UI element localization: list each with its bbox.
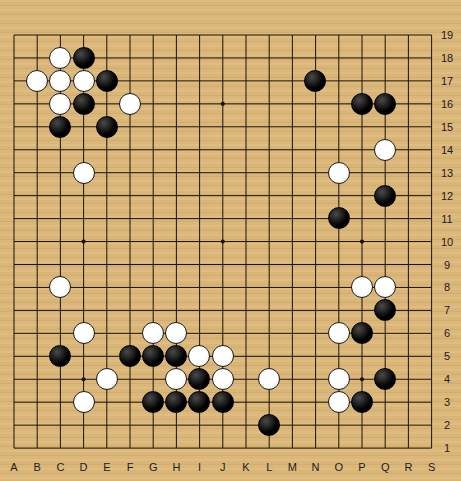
intersection-N15[interactable] [304,115,327,138]
intersection-D16[interactable] [72,92,95,115]
intersection-P17[interactable] [350,69,373,92]
intersection-H14[interactable] [165,138,188,161]
intersection-K12[interactable] [234,184,257,207]
intersection-N14[interactable] [304,138,327,161]
intersection-R15[interactable] [397,115,420,138]
intersection-R18[interactable] [397,46,420,69]
intersection-M19[interactable] [281,24,304,47]
intersection-E13[interactable] [95,161,118,184]
intersection-O13[interactable] [327,161,350,184]
intersection-R11[interactable] [397,207,420,230]
intersection-Q8[interactable] [373,276,396,299]
intersection-C9[interactable] [49,253,72,276]
intersection-E17[interactable] [95,69,118,92]
intersection-B8[interactable] [26,276,49,299]
intersection-E12[interactable] [95,184,118,207]
intersection-K10[interactable] [234,230,257,253]
intersection-F4[interactable] [118,368,141,391]
intersection-O5[interactable] [327,345,350,368]
intersection-I11[interactable] [188,207,211,230]
intersection-P13[interactable] [350,161,373,184]
intersection-D13[interactable] [72,161,95,184]
intersection-A19[interactable] [2,24,25,47]
intersection-H3[interactable] [165,391,188,414]
intersection-N18[interactable] [304,46,327,69]
intersection-R1[interactable] [397,436,420,459]
intersection-Q14[interactable] [373,138,396,161]
intersection-G4[interactable] [142,368,165,391]
intersection-L16[interactable] [257,92,280,115]
intersection-F1[interactable] [118,436,141,459]
intersection-M5[interactable] [281,345,304,368]
intersection-O9[interactable] [327,253,350,276]
intersection-R16[interactable] [397,92,420,115]
intersection-J16[interactable] [211,92,234,115]
intersection-E14[interactable] [95,138,118,161]
intersection-C12[interactable] [49,184,72,207]
intersection-B17[interactable] [26,69,49,92]
intersection-D5[interactable] [72,345,95,368]
intersection-H8[interactable] [165,276,188,299]
intersection-O17[interactable] [327,69,350,92]
intersection-J1[interactable] [211,436,234,459]
intersection-G17[interactable] [142,69,165,92]
intersection-L10[interactable] [257,230,280,253]
intersection-P15[interactable] [350,115,373,138]
intersection-R17[interactable] [397,69,420,92]
intersection-P10[interactable] [350,230,373,253]
intersection-I4[interactable] [188,368,211,391]
intersection-S1[interactable] [420,436,443,459]
intersection-I2[interactable] [188,413,211,436]
intersection-K6[interactable] [234,322,257,345]
intersection-O14[interactable] [327,138,350,161]
intersection-J6[interactable] [211,322,234,345]
intersection-L2[interactable] [257,413,280,436]
intersection-E16[interactable] [95,92,118,115]
intersection-D18[interactable] [72,46,95,69]
intersection-N6[interactable] [304,322,327,345]
intersection-A2[interactable] [2,413,25,436]
intersection-G19[interactable] [142,24,165,47]
intersection-S11[interactable] [420,207,443,230]
intersection-R6[interactable] [397,322,420,345]
intersection-I7[interactable] [188,299,211,322]
intersection-E4[interactable] [95,368,118,391]
intersection-C2[interactable] [49,413,72,436]
intersection-A16[interactable] [2,92,25,115]
intersection-O11[interactable] [327,207,350,230]
intersection-Q5[interactable] [373,345,396,368]
intersection-D2[interactable] [72,413,95,436]
intersection-M2[interactable] [281,413,304,436]
intersection-H6[interactable] [165,322,188,345]
intersection-P19[interactable] [350,24,373,47]
intersection-J10[interactable] [211,230,234,253]
intersection-C19[interactable] [49,24,72,47]
intersection-Q15[interactable] [373,115,396,138]
intersection-E5[interactable] [95,345,118,368]
intersection-M16[interactable] [281,92,304,115]
intersection-L6[interactable] [257,322,280,345]
intersection-K3[interactable] [234,391,257,414]
intersection-L5[interactable] [257,345,280,368]
intersection-R13[interactable] [397,161,420,184]
intersection-S16[interactable] [420,92,443,115]
intersection-S6[interactable] [420,322,443,345]
intersection-O19[interactable] [327,24,350,47]
intersection-K8[interactable] [234,276,257,299]
intersection-E18[interactable] [95,46,118,69]
intersection-C6[interactable] [49,322,72,345]
intersection-D9[interactable] [72,253,95,276]
intersection-P2[interactable] [350,413,373,436]
intersection-I14[interactable] [188,138,211,161]
intersection-S3[interactable] [420,391,443,414]
intersection-M4[interactable] [281,368,304,391]
intersection-H7[interactable] [165,299,188,322]
intersection-A17[interactable] [2,69,25,92]
intersection-P8[interactable] [350,276,373,299]
intersection-L1[interactable] [257,436,280,459]
intersection-Q12[interactable] [373,184,396,207]
intersection-F2[interactable] [118,413,141,436]
intersection-B10[interactable] [26,230,49,253]
intersection-D6[interactable] [72,322,95,345]
intersection-G18[interactable] [142,46,165,69]
intersection-L17[interactable] [257,69,280,92]
intersection-G10[interactable] [142,230,165,253]
intersection-K17[interactable] [234,69,257,92]
intersection-G7[interactable] [142,299,165,322]
intersection-K4[interactable] [234,368,257,391]
intersection-R4[interactable] [397,368,420,391]
intersection-P18[interactable] [350,46,373,69]
intersection-M6[interactable] [281,322,304,345]
intersection-N8[interactable] [304,276,327,299]
intersection-G1[interactable] [142,436,165,459]
intersection-P11[interactable] [350,207,373,230]
intersection-E1[interactable] [95,436,118,459]
intersection-A7[interactable] [2,299,25,322]
intersection-B19[interactable] [26,24,49,47]
intersection-K16[interactable] [234,92,257,115]
intersection-S18[interactable] [420,46,443,69]
intersection-J7[interactable] [211,299,234,322]
intersection-D11[interactable] [72,207,95,230]
intersection-O3[interactable] [327,391,350,414]
intersection-L18[interactable] [257,46,280,69]
intersection-L11[interactable] [257,207,280,230]
intersection-S10[interactable] [420,230,443,253]
intersection-N11[interactable] [304,207,327,230]
intersection-M18[interactable] [281,46,304,69]
intersection-M1[interactable] [281,436,304,459]
intersection-H4[interactable] [165,368,188,391]
intersection-A3[interactable] [2,391,25,414]
intersection-L7[interactable] [257,299,280,322]
intersection-P5[interactable] [350,345,373,368]
intersection-G15[interactable] [142,115,165,138]
intersection-M12[interactable] [281,184,304,207]
intersection-K5[interactable] [234,345,257,368]
intersection-N19[interactable] [304,24,327,47]
intersection-S5[interactable] [420,345,443,368]
intersection-N7[interactable] [304,299,327,322]
intersection-B12[interactable] [26,184,49,207]
intersection-M13[interactable] [281,161,304,184]
intersection-P1[interactable] [350,436,373,459]
intersection-Q13[interactable] [373,161,396,184]
intersection-M11[interactable] [281,207,304,230]
intersection-S14[interactable] [420,138,443,161]
intersection-O12[interactable] [327,184,350,207]
intersection-K9[interactable] [234,253,257,276]
intersection-J19[interactable] [211,24,234,47]
intersection-N2[interactable] [304,413,327,436]
intersection-J4[interactable] [211,368,234,391]
intersection-E2[interactable] [95,413,118,436]
intersection-M8[interactable] [281,276,304,299]
intersection-A14[interactable] [2,138,25,161]
intersection-B5[interactable] [26,345,49,368]
intersection-K19[interactable] [234,24,257,47]
intersection-H17[interactable] [165,69,188,92]
intersection-E11[interactable] [95,207,118,230]
intersection-B18[interactable] [26,46,49,69]
intersection-C16[interactable] [49,92,72,115]
intersection-I5[interactable] [188,345,211,368]
intersection-I16[interactable] [188,92,211,115]
intersection-K18[interactable] [234,46,257,69]
intersection-M3[interactable] [281,391,304,414]
intersection-Q10[interactable] [373,230,396,253]
intersection-H5[interactable] [165,345,188,368]
intersection-K1[interactable] [234,436,257,459]
intersection-C8[interactable] [49,276,72,299]
intersection-L4[interactable] [257,368,280,391]
intersection-S13[interactable] [420,161,443,184]
intersection-S9[interactable] [420,253,443,276]
intersection-O10[interactable] [327,230,350,253]
intersection-F14[interactable] [118,138,141,161]
intersection-R3[interactable] [397,391,420,414]
intersection-H11[interactable] [165,207,188,230]
intersection-E8[interactable] [95,276,118,299]
intersection-S8[interactable] [420,276,443,299]
intersection-R19[interactable] [397,24,420,47]
intersection-M17[interactable] [281,69,304,92]
intersection-R10[interactable] [397,230,420,253]
intersection-J18[interactable] [211,46,234,69]
intersection-L12[interactable] [257,184,280,207]
intersection-N16[interactable] [304,92,327,115]
intersection-Q11[interactable] [373,207,396,230]
intersection-H15[interactable] [165,115,188,138]
intersection-C1[interactable] [49,436,72,459]
intersection-A5[interactable] [2,345,25,368]
intersection-P6[interactable] [350,322,373,345]
intersection-G16[interactable] [142,92,165,115]
intersection-J15[interactable] [211,115,234,138]
intersection-I13[interactable] [188,161,211,184]
intersection-O16[interactable] [327,92,350,115]
intersection-I18[interactable] [188,46,211,69]
intersection-B2[interactable] [26,413,49,436]
intersection-N5[interactable] [304,345,327,368]
intersection-L9[interactable] [257,253,280,276]
intersection-H16[interactable] [165,92,188,115]
intersection-P3[interactable] [350,391,373,414]
intersection-F10[interactable] [118,230,141,253]
intersection-D1[interactable] [72,436,95,459]
intersection-Q3[interactable] [373,391,396,414]
intersection-I10[interactable] [188,230,211,253]
intersection-H12[interactable] [165,184,188,207]
intersection-L15[interactable] [257,115,280,138]
intersection-K13[interactable] [234,161,257,184]
intersection-F5[interactable] [118,345,141,368]
intersection-J12[interactable] [211,184,234,207]
intersection-Q1[interactable] [373,436,396,459]
intersection-H9[interactable] [165,253,188,276]
intersection-F19[interactable] [118,24,141,47]
intersection-F15[interactable] [118,115,141,138]
intersection-F7[interactable] [118,299,141,322]
intersection-Q19[interactable] [373,24,396,47]
intersection-P16[interactable] [350,92,373,115]
intersection-H2[interactable] [165,413,188,436]
intersection-B16[interactable] [26,92,49,115]
intersection-F6[interactable] [118,322,141,345]
intersection-I6[interactable] [188,322,211,345]
intersection-J3[interactable] [211,391,234,414]
intersection-D14[interactable] [72,138,95,161]
intersection-F9[interactable] [118,253,141,276]
intersection-B14[interactable] [26,138,49,161]
intersection-R7[interactable] [397,299,420,322]
intersection-F18[interactable] [118,46,141,69]
intersection-Q6[interactable] [373,322,396,345]
intersection-F17[interactable] [118,69,141,92]
intersection-N12[interactable] [304,184,327,207]
intersection-D3[interactable] [72,391,95,414]
intersection-P14[interactable] [350,138,373,161]
intersection-Q9[interactable] [373,253,396,276]
intersection-S17[interactable] [420,69,443,92]
intersection-B9[interactable] [26,253,49,276]
intersection-G11[interactable] [142,207,165,230]
intersection-C18[interactable] [49,46,72,69]
intersection-O4[interactable] [327,368,350,391]
intersection-D10[interactable] [72,230,95,253]
intersection-B3[interactable] [26,391,49,414]
intersection-F12[interactable] [118,184,141,207]
intersection-E10[interactable] [95,230,118,253]
intersection-D19[interactable] [72,24,95,47]
intersection-A18[interactable] [2,46,25,69]
intersection-C10[interactable] [49,230,72,253]
intersection-L13[interactable] [257,161,280,184]
intersection-R5[interactable] [397,345,420,368]
intersection-L19[interactable] [257,24,280,47]
intersection-R8[interactable] [397,276,420,299]
intersection-O2[interactable] [327,413,350,436]
intersection-S12[interactable] [420,184,443,207]
intersection-M9[interactable] [281,253,304,276]
intersection-I9[interactable] [188,253,211,276]
intersection-G14[interactable] [142,138,165,161]
intersection-B11[interactable] [26,207,49,230]
intersection-C17[interactable] [49,69,72,92]
intersection-C5[interactable] [49,345,72,368]
intersection-G2[interactable] [142,413,165,436]
intersection-E19[interactable] [95,24,118,47]
intersection-F3[interactable] [118,391,141,414]
intersection-O1[interactable] [327,436,350,459]
intersection-O15[interactable] [327,115,350,138]
intersection-I17[interactable] [188,69,211,92]
intersection-C7[interactable] [49,299,72,322]
intersection-H19[interactable] [165,24,188,47]
intersection-G5[interactable] [142,345,165,368]
intersection-B7[interactable] [26,299,49,322]
intersection-K11[interactable] [234,207,257,230]
intersection-A9[interactable] [2,253,25,276]
intersection-N1[interactable] [304,436,327,459]
intersection-M15[interactable] [281,115,304,138]
intersection-R2[interactable] [397,413,420,436]
intersection-C15[interactable] [49,115,72,138]
intersection-F11[interactable] [118,207,141,230]
intersection-A13[interactable] [2,161,25,184]
intersection-D17[interactable] [72,69,95,92]
intersection-A8[interactable] [2,276,25,299]
intersection-O7[interactable] [327,299,350,322]
intersection-I1[interactable] [188,436,211,459]
intersection-G13[interactable] [142,161,165,184]
intersection-M14[interactable] [281,138,304,161]
intersection-B13[interactable] [26,161,49,184]
intersection-L3[interactable] [257,391,280,414]
intersection-G8[interactable] [142,276,165,299]
intersection-B6[interactable] [26,322,49,345]
intersection-D15[interactable] [72,115,95,138]
intersection-D4[interactable] [72,368,95,391]
intersection-S4[interactable] [420,368,443,391]
intersection-J13[interactable] [211,161,234,184]
intersection-B15[interactable] [26,115,49,138]
intersection-J9[interactable] [211,253,234,276]
intersection-E15[interactable] [95,115,118,138]
intersection-A10[interactable] [2,230,25,253]
intersection-N17[interactable] [304,69,327,92]
intersection-N13[interactable] [304,161,327,184]
intersection-S7[interactable] [420,299,443,322]
intersection-J17[interactable] [211,69,234,92]
intersection-A6[interactable] [2,322,25,345]
intersection-Q17[interactable] [373,69,396,92]
intersection-G9[interactable] [142,253,165,276]
intersection-Q4[interactable] [373,368,396,391]
intersection-F16[interactable] [118,92,141,115]
intersection-H18[interactable] [165,46,188,69]
intersection-C13[interactable] [49,161,72,184]
intersection-D7[interactable] [72,299,95,322]
intersection-O8[interactable] [327,276,350,299]
intersection-H1[interactable] [165,436,188,459]
intersection-F8[interactable] [118,276,141,299]
